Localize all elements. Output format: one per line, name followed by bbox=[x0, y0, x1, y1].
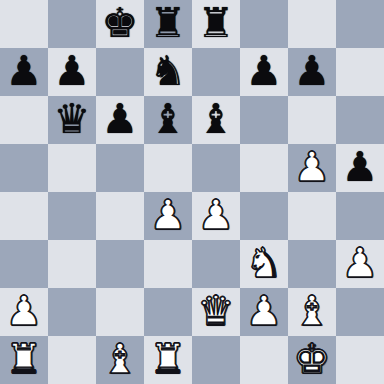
piece-black-pawn[interactable]: ♟ bbox=[246, 47, 283, 95]
square-d5[interactable] bbox=[144, 144, 192, 192]
square-g6[interactable] bbox=[288, 96, 336, 144]
square-a2[interactable]: ♟ bbox=[0, 288, 48, 336]
square-g1[interactable]: ♚ bbox=[288, 336, 336, 384]
square-d7[interactable]: ♞ bbox=[144, 48, 192, 96]
piece-black-king[interactable]: ♚ bbox=[102, 0, 139, 47]
piece-black-queen[interactable]: ♛ bbox=[54, 95, 91, 143]
piece-black-bishop[interactable]: ♝ bbox=[198, 95, 235, 143]
piece-white-queen[interactable]: ♛ bbox=[198, 287, 235, 335]
piece-white-pawn[interactable]: ♟ bbox=[6, 287, 43, 335]
square-a4[interactable] bbox=[0, 192, 48, 240]
chess-board: ♚♜♜♟♟♞♟♟♛♟♝♝♟♟♟♟♞♟♟♛♟♝♜♝♜♚ bbox=[0, 0, 384, 384]
square-h6[interactable] bbox=[336, 96, 384, 144]
piece-black-pawn[interactable]: ♟ bbox=[54, 47, 91, 95]
square-h3[interactable]: ♟ bbox=[336, 240, 384, 288]
square-c3[interactable] bbox=[96, 240, 144, 288]
square-c8[interactable]: ♚ bbox=[96, 0, 144, 48]
piece-black-pawn[interactable]: ♟ bbox=[342, 143, 379, 191]
square-g2[interactable]: ♝ bbox=[288, 288, 336, 336]
piece-white-pawn[interactable]: ♟ bbox=[198, 191, 235, 239]
square-b1[interactable] bbox=[48, 336, 96, 384]
piece-white-rook[interactable]: ♜ bbox=[6, 335, 43, 383]
square-c7[interactable] bbox=[96, 48, 144, 96]
square-e4[interactable]: ♟ bbox=[192, 192, 240, 240]
square-b8[interactable] bbox=[48, 0, 96, 48]
square-a8[interactable] bbox=[0, 0, 48, 48]
square-a1[interactable]: ♜ bbox=[0, 336, 48, 384]
square-d6[interactable]: ♝ bbox=[144, 96, 192, 144]
square-f6[interactable] bbox=[240, 96, 288, 144]
square-e7[interactable] bbox=[192, 48, 240, 96]
square-h8[interactable] bbox=[336, 0, 384, 48]
square-b2[interactable] bbox=[48, 288, 96, 336]
piece-white-king[interactable]: ♚ bbox=[294, 335, 331, 383]
piece-black-pawn[interactable]: ♟ bbox=[102, 95, 139, 143]
square-e6[interactable]: ♝ bbox=[192, 96, 240, 144]
piece-black-pawn[interactable]: ♟ bbox=[6, 47, 43, 95]
square-d4[interactable]: ♟ bbox=[144, 192, 192, 240]
piece-white-pawn[interactable]: ♟ bbox=[342, 239, 379, 287]
square-c5[interactable] bbox=[96, 144, 144, 192]
square-g4[interactable] bbox=[288, 192, 336, 240]
piece-black-knight[interactable]: ♞ bbox=[150, 47, 187, 95]
square-h4[interactable] bbox=[336, 192, 384, 240]
square-h5[interactable]: ♟ bbox=[336, 144, 384, 192]
square-d3[interactable] bbox=[144, 240, 192, 288]
piece-white-pawn[interactable]: ♟ bbox=[150, 191, 187, 239]
piece-white-rook[interactable]: ♜ bbox=[150, 335, 187, 383]
square-e3[interactable] bbox=[192, 240, 240, 288]
square-h2[interactable] bbox=[336, 288, 384, 336]
square-b5[interactable] bbox=[48, 144, 96, 192]
piece-white-knight[interactable]: ♞ bbox=[246, 239, 283, 287]
square-d8[interactable]: ♜ bbox=[144, 0, 192, 48]
piece-white-pawn[interactable]: ♟ bbox=[246, 287, 283, 335]
piece-black-rook[interactable]: ♜ bbox=[150, 0, 187, 47]
square-b6[interactable]: ♛ bbox=[48, 96, 96, 144]
square-e2[interactable]: ♛ bbox=[192, 288, 240, 336]
square-h1[interactable] bbox=[336, 336, 384, 384]
square-g3[interactable] bbox=[288, 240, 336, 288]
piece-black-bishop[interactable]: ♝ bbox=[150, 95, 187, 143]
piece-black-pawn[interactable]: ♟ bbox=[294, 47, 331, 95]
square-f3[interactable]: ♞ bbox=[240, 240, 288, 288]
square-c6[interactable]: ♟ bbox=[96, 96, 144, 144]
piece-black-rook[interactable]: ♜ bbox=[198, 0, 235, 47]
square-f5[interactable] bbox=[240, 144, 288, 192]
square-g5[interactable]: ♟ bbox=[288, 144, 336, 192]
square-f2[interactable]: ♟ bbox=[240, 288, 288, 336]
square-b7[interactable]: ♟ bbox=[48, 48, 96, 96]
square-f7[interactable]: ♟ bbox=[240, 48, 288, 96]
square-d2[interactable] bbox=[144, 288, 192, 336]
square-a6[interactable] bbox=[0, 96, 48, 144]
square-h7[interactable] bbox=[336, 48, 384, 96]
piece-white-bishop[interactable]: ♝ bbox=[102, 335, 139, 383]
square-c2[interactable] bbox=[96, 288, 144, 336]
chess-board-window: ♚♜♜♟♟♞♟♟♛♟♝♝♟♟♟♟♞♟♟♛♟♝♜♝♜♚ bbox=[0, 0, 384, 384]
square-a3[interactable] bbox=[0, 240, 48, 288]
square-d1[interactable]: ♜ bbox=[144, 336, 192, 384]
square-a7[interactable]: ♟ bbox=[0, 48, 48, 96]
square-b4[interactable] bbox=[48, 192, 96, 240]
square-g7[interactable]: ♟ bbox=[288, 48, 336, 96]
square-c1[interactable]: ♝ bbox=[96, 336, 144, 384]
square-f1[interactable] bbox=[240, 336, 288, 384]
square-e8[interactable]: ♜ bbox=[192, 0, 240, 48]
square-e5[interactable] bbox=[192, 144, 240, 192]
square-c4[interactable] bbox=[96, 192, 144, 240]
square-f8[interactable] bbox=[240, 0, 288, 48]
square-e1[interactable] bbox=[192, 336, 240, 384]
square-a5[interactable] bbox=[0, 144, 48, 192]
piece-white-pawn[interactable]: ♟ bbox=[294, 143, 331, 191]
square-g8[interactable] bbox=[288, 0, 336, 48]
piece-white-bishop[interactable]: ♝ bbox=[294, 287, 331, 335]
square-b3[interactable] bbox=[48, 240, 96, 288]
square-f4[interactable] bbox=[240, 192, 288, 240]
